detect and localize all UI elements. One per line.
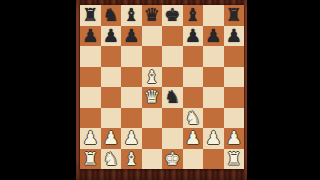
piece-black-knight: ♞ [164,88,180,106]
square-d3[interactable] [142,108,163,129]
square-a8[interactable]: ♜ [80,5,101,26]
square-d2[interactable] [142,128,163,149]
square-d1[interactable] [142,149,163,170]
square-b5[interactable] [101,67,122,88]
square-d5[interactable]: ♝ [142,67,163,88]
square-e1[interactable]: ♚ [162,149,183,170]
piece-white-pawn: ♟ [205,129,221,147]
square-f2[interactable]: ♟ [183,128,204,149]
piece-black-pawn: ♟ [123,26,139,44]
square-c8[interactable]: ♝ [121,5,142,26]
square-b6[interactable] [101,46,122,67]
square-b7[interactable]: ♟ [101,26,122,47]
square-g1[interactable] [203,149,224,170]
square-c4[interactable] [121,87,142,108]
square-f4[interactable] [183,87,204,108]
piece-black-king: ♚ [164,6,180,24]
square-f3[interactable]: ♞ [183,108,204,129]
square-c6[interactable] [121,46,142,67]
square-f8[interactable]: ♝ [183,5,204,26]
piece-white-queen: ♛ [144,88,160,106]
piece-black-pawn: ♟ [226,26,242,44]
square-a7[interactable]: ♟ [80,26,101,47]
square-a6[interactable] [80,46,101,67]
square-e3[interactable] [162,108,183,129]
piece-white-rook: ♜ [226,149,242,167]
square-c3[interactable] [121,108,142,129]
piece-white-bishop: ♝ [144,67,160,85]
piece-black-pawn: ♟ [205,26,221,44]
square-c2[interactable]: ♟ [121,128,142,149]
square-e8[interactable]: ♚ [162,5,183,26]
square-e7[interactable] [162,26,183,47]
square-d7[interactable] [142,26,163,47]
square-h7[interactable]: ♟ [224,26,245,47]
square-c1[interactable]: ♝ [121,149,142,170]
piece-white-pawn: ♟ [103,129,119,147]
square-h3[interactable] [224,108,245,129]
square-f7[interactable]: ♟ [183,26,204,47]
square-g2[interactable]: ♟ [203,128,224,149]
square-c5[interactable] [121,67,142,88]
square-f5[interactable] [183,67,204,88]
square-b3[interactable] [101,108,122,129]
piece-white-pawn: ♟ [226,129,242,147]
letterbox-right [247,0,320,180]
piece-white-king: ♚ [164,149,180,167]
square-h5[interactable] [224,67,245,88]
square-h1[interactable]: ♜ [224,149,245,170]
square-g4[interactable] [203,87,224,108]
square-a1[interactable]: ♜ [80,149,101,170]
square-b4[interactable] [101,87,122,108]
square-e4[interactable]: ♞ [162,87,183,108]
piece-black-knight: ♞ [103,6,119,24]
chess-board: ♜♞♝♛♚♝♜♟♟♟♟♟♟♝♛♞♞♟♟♟♟♟♟♜♞♝♚♜ [80,5,244,169]
square-g3[interactable] [203,108,224,129]
square-h2[interactable]: ♟ [224,128,245,149]
piece-black-rook: ♜ [82,6,98,24]
square-b2[interactable]: ♟ [101,128,122,149]
square-e6[interactable] [162,46,183,67]
square-b8[interactable]: ♞ [101,5,122,26]
piece-black-rook: ♜ [226,6,242,24]
square-a3[interactable] [80,108,101,129]
square-a2[interactable]: ♟ [80,128,101,149]
square-g8[interactable] [203,5,224,26]
piece-white-rook: ♜ [82,149,98,167]
piece-white-pawn: ♟ [185,129,201,147]
piece-black-pawn: ♟ [82,26,98,44]
square-d4[interactable]: ♛ [142,87,163,108]
piece-black-pawn: ♟ [185,26,201,44]
square-f1[interactable] [183,149,204,170]
square-e2[interactable] [162,128,183,149]
piece-white-pawn: ♟ [82,129,98,147]
piece-white-knight: ♞ [185,108,201,126]
piece-black-queen: ♛ [144,6,160,24]
square-e5[interactable] [162,67,183,88]
square-c7[interactable]: ♟ [121,26,142,47]
piece-white-pawn: ♟ [123,129,139,147]
square-d6[interactable] [142,46,163,67]
letterbox-left [0,0,76,180]
square-a5[interactable] [80,67,101,88]
square-g5[interactable] [203,67,224,88]
piece-white-bishop: ♝ [123,149,139,167]
piece-white-knight: ♞ [103,149,119,167]
square-h8[interactable]: ♜ [224,5,245,26]
square-g6[interactable] [203,46,224,67]
square-g7[interactable]: ♟ [203,26,224,47]
piece-black-bishop: ♝ [185,6,201,24]
square-d8[interactable]: ♛ [142,5,163,26]
piece-black-pawn: ♟ [103,26,119,44]
piece-black-bishop: ♝ [123,6,139,24]
square-f6[interactable] [183,46,204,67]
square-h4[interactable] [224,87,245,108]
square-h6[interactable] [224,46,245,67]
square-a4[interactable] [80,87,101,108]
square-b1[interactable]: ♞ [101,149,122,170]
